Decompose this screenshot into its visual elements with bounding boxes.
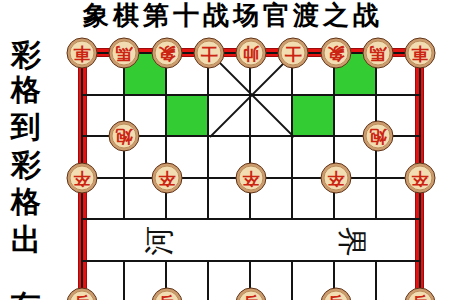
piece-face: 炮 xyxy=(365,124,390,149)
piece-face: 帅 xyxy=(239,41,264,66)
pieces-layer: 車馬象士帅士象馬車炮炮卒卒卒卒卒兵兵兵兵兵 xyxy=(0,0,450,300)
piece-glyph: 馬 xyxy=(369,45,386,62)
piece-face: 卒 xyxy=(239,166,264,191)
piece-cannon[interactable]: 炮 xyxy=(109,121,140,152)
piece-glyph: 卒 xyxy=(243,170,260,187)
piece-soldier[interactable]: 卒 xyxy=(236,163,267,194)
piece-face: 士 xyxy=(196,41,221,66)
piece-elephant[interactable]: 象 xyxy=(151,38,182,69)
side-caption-char: 格 xyxy=(11,187,41,217)
piece-soldier[interactable]: 卒 xyxy=(151,163,182,194)
piece-glyph: 馬 xyxy=(116,45,133,62)
piece-face: 卒 xyxy=(323,166,348,191)
side-caption: 彩格到彩格出车 xyxy=(8,0,44,300)
piece-soldier[interactable]: 卒 xyxy=(320,163,351,194)
piece-red-soldier[interactable]: 兵 xyxy=(151,288,182,300)
piece-glyph: 象 xyxy=(327,45,344,62)
piece-face: 卒 xyxy=(408,166,433,191)
piece-face: 兵 xyxy=(323,291,348,300)
piece-advisor[interactable]: 士 xyxy=(278,38,309,69)
piece-face: 卒 xyxy=(154,166,179,191)
piece-face: 兵 xyxy=(408,291,433,300)
piece-glyph: 卒 xyxy=(327,170,344,187)
side-caption-char: 格 xyxy=(11,75,41,105)
piece-soldier[interactable]: 卒 xyxy=(67,163,98,194)
piece-glyph: 兵 xyxy=(74,295,91,300)
piece-red-soldier[interactable]: 兵 xyxy=(405,288,436,300)
piece-red-soldier[interactable]: 兵 xyxy=(236,288,267,300)
piece-glyph: 兵 xyxy=(327,295,344,300)
piece-face: 象 xyxy=(154,41,179,66)
piece-red-soldier[interactable]: 兵 xyxy=(320,288,351,300)
xiangqi-lesson-page: 象棋第十战场官渡之战 彩格到彩格出车 河 界 車馬象士帅士象馬車炮炮卒卒卒卒卒兵… xyxy=(0,0,450,300)
piece-glyph: 兵 xyxy=(412,295,429,300)
piece-glyph: 卒 xyxy=(412,170,429,187)
piece-glyph: 兵 xyxy=(243,295,260,300)
piece-glyph: 車 xyxy=(74,45,91,62)
piece-face: 象 xyxy=(323,41,348,66)
piece-general[interactable]: 帅 xyxy=(236,38,267,69)
piece-face: 兵 xyxy=(70,291,95,300)
piece-horse[interactable]: 馬 xyxy=(109,38,140,69)
piece-glyph: 炮 xyxy=(116,128,133,145)
side-caption-char: 彩 xyxy=(11,150,41,180)
piece-face: 車 xyxy=(408,41,433,66)
piece-glyph: 士 xyxy=(200,45,217,62)
page-title: 象棋第十战场官渡之战 xyxy=(0,1,450,29)
piece-chariot[interactable]: 車 xyxy=(405,38,436,69)
piece-horse[interactable]: 馬 xyxy=(362,38,393,69)
piece-elephant[interactable]: 象 xyxy=(320,38,351,69)
piece-advisor[interactable]: 士 xyxy=(193,38,224,69)
piece-glyph: 象 xyxy=(158,45,175,62)
piece-cannon[interactable]: 炮 xyxy=(362,121,393,152)
piece-face: 炮 xyxy=(112,124,137,149)
side-caption-char: 到 xyxy=(11,112,41,142)
side-caption-char: 彩 xyxy=(11,40,41,70)
piece-glyph: 兵 xyxy=(158,295,175,300)
piece-red-soldier[interactable]: 兵 xyxy=(67,288,98,300)
piece-glyph: 卒 xyxy=(74,170,91,187)
piece-glyph: 卒 xyxy=(158,170,175,187)
piece-face: 卒 xyxy=(70,166,95,191)
piece-glyph: 炮 xyxy=(369,128,386,145)
piece-glyph: 帅 xyxy=(243,45,260,62)
piece-face: 士 xyxy=(281,41,306,66)
side-caption-char: 出 xyxy=(11,225,41,255)
piece-face: 兵 xyxy=(154,291,179,300)
side-caption-char: 车 xyxy=(11,292,41,300)
piece-glyph: 士 xyxy=(285,45,302,62)
piece-soldier[interactable]: 卒 xyxy=(405,163,436,194)
piece-face: 馬 xyxy=(112,41,137,66)
piece-chariot[interactable]: 車 xyxy=(67,38,98,69)
piece-face: 馬 xyxy=(365,41,390,66)
piece-face: 兵 xyxy=(239,291,264,300)
piece-face: 車 xyxy=(70,41,95,66)
piece-glyph: 車 xyxy=(412,45,429,62)
